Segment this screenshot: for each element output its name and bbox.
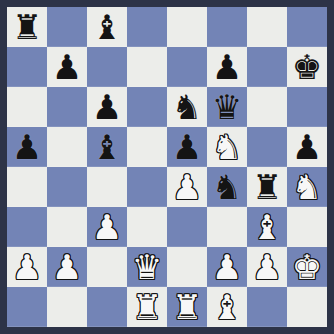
square-a4[interactable] (7, 167, 47, 207)
square-c2[interactable] (87, 247, 127, 287)
square-c7[interactable] (87, 47, 127, 87)
square-e6[interactable]: ♞ (167, 87, 207, 127)
piece-white-bishop[interactable]: ♝ (252, 207, 282, 247)
square-f7[interactable]: ♟ (207, 47, 247, 87)
square-a6[interactable] (7, 87, 47, 127)
square-e8[interactable] (167, 7, 207, 47)
square-b3[interactable] (47, 207, 87, 247)
piece-black-pawn[interactable]: ♟ (212, 47, 242, 87)
square-a8[interactable]: ♜ (7, 7, 47, 47)
square-h6[interactable] (287, 87, 327, 127)
piece-white-pawn[interactable]: ♟ (212, 247, 242, 287)
piece-black-knight[interactable]: ♞ (172, 87, 202, 127)
square-h2[interactable]: ♚ (287, 247, 327, 287)
square-g2[interactable]: ♟ (247, 247, 287, 287)
square-a3[interactable] (7, 207, 47, 247)
piece-white-pawn[interactable]: ♟ (252, 247, 282, 287)
piece-white-pawn[interactable]: ♟ (12, 247, 42, 287)
square-d6[interactable] (127, 87, 167, 127)
square-h3[interactable] (287, 207, 327, 247)
square-d4[interactable] (127, 167, 167, 207)
square-b2[interactable]: ♟ (47, 247, 87, 287)
square-e2[interactable] (167, 247, 207, 287)
piece-black-bishop[interactable]: ♝ (92, 127, 122, 167)
square-g6[interactable] (247, 87, 287, 127)
piece-white-knight[interactable]: ♞ (212, 127, 242, 167)
square-d1[interactable]: ♜ (127, 287, 167, 327)
square-e7[interactable] (167, 47, 207, 87)
chess-board: ♜♝♟♟♚♟♞♛♟♝♟♞♟♟♞♜♞♟♝♟♟♛♟♟♚♜♜♝ (7, 7, 327, 327)
square-g8[interactable] (247, 7, 287, 47)
piece-black-rook[interactable]: ♜ (252, 167, 282, 207)
piece-white-knight[interactable]: ♞ (292, 167, 322, 207)
piece-black-bishop[interactable]: ♝ (92, 7, 122, 47)
square-c4[interactable] (87, 167, 127, 207)
piece-white-queen[interactable]: ♛ (132, 247, 162, 287)
square-g1[interactable] (247, 287, 287, 327)
square-a5[interactable]: ♟ (7, 127, 47, 167)
piece-black-knight[interactable]: ♞ (212, 167, 242, 207)
square-b8[interactable] (47, 7, 87, 47)
square-d5[interactable] (127, 127, 167, 167)
square-b5[interactable] (47, 127, 87, 167)
square-a7[interactable] (7, 47, 47, 87)
square-d2[interactable]: ♛ (127, 247, 167, 287)
piece-black-rook[interactable]: ♜ (12, 7, 42, 47)
piece-white-rook[interactable]: ♜ (172, 287, 202, 327)
square-d8[interactable] (127, 7, 167, 47)
square-e4[interactable]: ♟ (167, 167, 207, 207)
square-g7[interactable] (247, 47, 287, 87)
square-e5[interactable]: ♟ (167, 127, 207, 167)
piece-white-bishop[interactable]: ♝ (212, 287, 242, 327)
square-e1[interactable]: ♜ (167, 287, 207, 327)
square-f8[interactable] (207, 7, 247, 47)
square-g5[interactable] (247, 127, 287, 167)
square-c8[interactable]: ♝ (87, 7, 127, 47)
square-g4[interactable]: ♜ (247, 167, 287, 207)
piece-white-pawn[interactable]: ♟ (172, 167, 202, 207)
square-a1[interactable] (7, 287, 47, 327)
square-h1[interactable] (287, 287, 327, 327)
square-d3[interactable] (127, 207, 167, 247)
piece-white-pawn[interactable]: ♟ (52, 247, 82, 287)
piece-white-rook[interactable]: ♜ (132, 287, 162, 327)
piece-black-pawn[interactable]: ♟ (292, 127, 322, 167)
piece-black-pawn[interactable]: ♟ (52, 47, 82, 87)
square-c3[interactable]: ♟ (87, 207, 127, 247)
square-c6[interactable]: ♟ (87, 87, 127, 127)
square-c1[interactable] (87, 287, 127, 327)
piece-black-pawn[interactable]: ♟ (12, 127, 42, 167)
piece-black-king[interactable]: ♚ (292, 47, 322, 87)
square-f5[interactable]: ♞ (207, 127, 247, 167)
square-h8[interactable] (287, 7, 327, 47)
square-g3[interactable]: ♝ (247, 207, 287, 247)
square-c5[interactable]: ♝ (87, 127, 127, 167)
square-f2[interactable]: ♟ (207, 247, 247, 287)
square-f4[interactable]: ♞ (207, 167, 247, 207)
chess-board-frame: ♜♝♟♟♚♟♞♛♟♝♟♞♟♟♞♜♞♟♝♟♟♛♟♟♚♜♜♝ (0, 0, 334, 334)
square-b7[interactable]: ♟ (47, 47, 87, 87)
square-e3[interactable] (167, 207, 207, 247)
square-f3[interactable] (207, 207, 247, 247)
square-h4[interactable]: ♞ (287, 167, 327, 207)
piece-white-pawn[interactable]: ♟ (92, 207, 122, 247)
piece-black-queen[interactable]: ♛ (212, 87, 242, 127)
square-f6[interactable]: ♛ (207, 87, 247, 127)
square-h7[interactable]: ♚ (287, 47, 327, 87)
square-d7[interactable] (127, 47, 167, 87)
piece-white-king[interactable]: ♚ (292, 247, 322, 287)
square-f1[interactable]: ♝ (207, 287, 247, 327)
piece-black-pawn[interactable]: ♟ (172, 127, 202, 167)
square-h5[interactable]: ♟ (287, 127, 327, 167)
square-b1[interactable] (47, 287, 87, 327)
square-b4[interactable] (47, 167, 87, 207)
square-a2[interactable]: ♟ (7, 247, 47, 287)
piece-black-pawn[interactable]: ♟ (92, 87, 122, 127)
square-b6[interactable] (47, 87, 87, 127)
